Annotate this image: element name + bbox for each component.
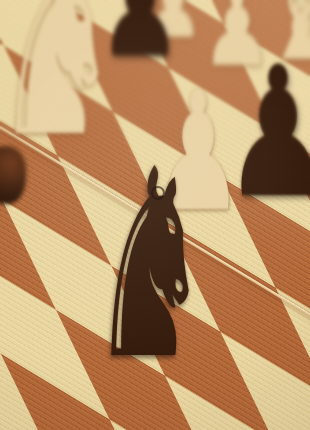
piece-black-piece-partial-left[interactable] [0, 146, 26, 204]
piece-black-knight-foreground[interactable]: ♞ [89, 135, 210, 395]
pieces-layer: ♟♞♟♟♝♟♟♞ [0, 0, 310, 430]
chessboard-photo-scene: ♟♞♟♟♝♟♟♞ [0, 0, 310, 430]
knight-eye [151, 186, 165, 200]
